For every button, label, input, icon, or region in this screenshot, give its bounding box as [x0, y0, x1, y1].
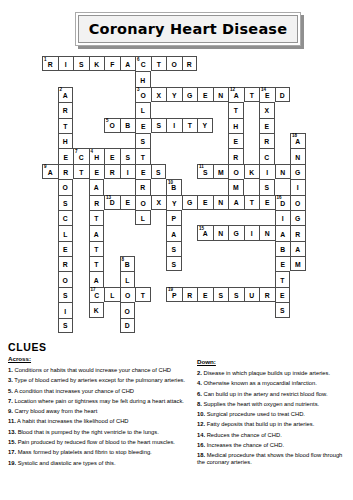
cell-letter: E — [125, 197, 130, 207]
grid-cell-r8c4[interactable]: E — [89, 164, 105, 179]
grid-cell-r16c13[interactable]: S — [228, 287, 244, 302]
cell-letter: S — [171, 259, 176, 269]
cell-letter: A — [94, 275, 99, 285]
grid-cell-r17c2[interactable]: I — [58, 302, 74, 317]
cell-letter: S — [171, 244, 176, 254]
clue-18: 18. Medical procedure that shows the blo… — [197, 452, 350, 465]
grid-cell-r12c4[interactable]: A — [89, 225, 105, 240]
cell-letter: Y — [172, 198, 177, 208]
grid-cell-r5c8[interactable]: S — [151, 118, 167, 133]
cell-letter: E — [63, 244, 68, 254]
cell-letter: T — [141, 152, 145, 162]
cell-letter: B — [125, 120, 130, 130]
grid-cell-r10c5[interactable]: 13D — [104, 195, 120, 210]
cell-letter: S — [218, 290, 223, 300]
grid-cell-r14c16[interactable]: E — [275, 256, 291, 271]
grid-cell-r16c4[interactable]: 17C — [89, 287, 105, 302]
cell-letter: I — [64, 306, 66, 316]
cell-letter: D — [125, 320, 130, 330]
grid-cell-r16c12[interactable]: S — [213, 287, 229, 302]
clues-header: CLUES — [8, 341, 47, 353]
cell-letter: R — [48, 59, 53, 69]
grid-cell-r3c11[interactable]: E — [197, 87, 213, 102]
grid-cell-r15c6[interactable]: L — [120, 271, 136, 286]
grid-cell-r11c16[interactable]: I — [275, 210, 291, 225]
cell-letter: P — [171, 213, 176, 223]
clue-3: 3. Type of blood carried by arteries exc… — [8, 377, 204, 383]
clue-5: 5. A condition that increases your chanc… — [8, 388, 204, 394]
grid-cell-r11c7[interactable]: L — [135, 210, 151, 225]
grid-cell-r16c15[interactable]: R — [259, 287, 275, 302]
grid-cell-r12c14[interactable]: I — [244, 225, 260, 240]
grid-cell-r18c6[interactable]: D — [120, 318, 136, 333]
cell-letter: R — [265, 290, 270, 300]
grid-cell-r10c12[interactable]: N — [213, 195, 229, 210]
clue-number: 13 — [106, 196, 111, 201]
grid-cell-r4c13[interactable]: T — [228, 102, 244, 117]
cell-letter: K — [94, 305, 99, 315]
cell-letter: I — [251, 228, 253, 238]
grid-cell-r4c7[interactable]: L — [135, 102, 151, 117]
grid-cell-r12c9[interactable]: A — [166, 225, 182, 240]
cell-letter: E — [280, 290, 285, 300]
cell-letter: E — [141, 167, 146, 177]
cell-letter: D — [280, 90, 285, 100]
cell-letter: R — [187, 59, 192, 69]
clue-number: 5 — [106, 119, 109, 124]
cell-letter: A — [94, 229, 99, 239]
grid-cell-r15c4[interactable]: A — [89, 271, 105, 286]
grid-cell-r6c2[interactable]: H — [58, 133, 74, 148]
cell-letter: G — [187, 90, 192, 100]
grid-cell-r16c10[interactable]: R — [182, 287, 198, 302]
cell-letter: E — [265, 197, 270, 207]
clue-10: 10. Surgical procedure used to treat CHD… — [197, 411, 350, 417]
cell-letter: R — [264, 136, 269, 146]
grid-cell-r10c15[interactable]: E — [259, 195, 275, 210]
grid-cell-r7c15[interactable]: C — [259, 148, 275, 163]
cell-letter: I — [127, 167, 129, 177]
grid-cell-r5c10[interactable]: T — [182, 118, 198, 133]
clue-17: 17. Mass formed by platelets and fibrin … — [8, 449, 204, 455]
grid-cell-r5c6[interactable]: B — [120, 118, 136, 133]
across-clues-column: Across: 1. Conditions or habits that wou… — [8, 356, 204, 470]
cell-letter: A — [63, 90, 68, 100]
cell-letter: L — [125, 275, 129, 285]
grid-cell-r8c8[interactable]: S — [151, 164, 167, 179]
cell-letter: T — [141, 290, 145, 300]
grid-cell-r5c2[interactable]: T — [58, 118, 74, 133]
cell-letter: S — [156, 120, 161, 130]
grid-cell-r15c2[interactable]: O — [58, 271, 74, 286]
grid-cell-r16c7[interactable]: T — [135, 287, 151, 302]
grid-cell-r8c6[interactable]: I — [120, 164, 136, 179]
grid-cell-r7c17[interactable]: N — [290, 148, 306, 163]
cell-letter: G — [295, 213, 300, 223]
grid-cell-r10c8[interactable]: X — [151, 195, 167, 210]
cell-letter: N — [218, 90, 223, 100]
cell-letter: B — [280, 244, 285, 254]
cell-letter: K — [94, 59, 99, 69]
grid-cell-r3c13[interactable]: 12A — [228, 87, 244, 102]
cell-letter: R — [140, 182, 145, 192]
cell-letter: R — [63, 259, 68, 269]
clue-number: 16 — [277, 196, 282, 201]
cell-letter: B — [125, 259, 130, 269]
grid-cell-r1c10[interactable]: R — [182, 56, 198, 71]
grid-cell-r16c5[interactable]: L — [104, 287, 120, 302]
cell-letter: E — [203, 197, 208, 207]
grid-cell-r17c4[interactable]: K — [89, 302, 105, 317]
cell-letter: T — [63, 121, 67, 131]
cell-letter: S — [125, 152, 130, 162]
grid-cell-r7c3[interactable]: 7C — [73, 148, 89, 163]
cell-letter: S — [63, 320, 68, 330]
grid-cell-r1c1[interactable]: 1R — [42, 56, 58, 71]
cell-letter: O — [295, 198, 300, 208]
cell-letter: S — [79, 59, 84, 69]
grid-cell-r11c9[interactable]: P — [166, 210, 182, 225]
grid-cell-r1c4[interactable]: K — [89, 56, 105, 71]
cell-letter: T — [79, 167, 83, 177]
cell-letter: R — [110, 167, 115, 177]
cell-letter: S — [234, 290, 239, 300]
cell-letter: H — [233, 121, 238, 131]
clue-1: 1. Conditions or habits that would incre… — [8, 367, 204, 373]
cell-letter: L — [63, 229, 67, 239]
grid-cell-r15c16[interactable]: T — [275, 271, 291, 286]
clue-13: 13. Blood that is pumped by the right ve… — [8, 429, 204, 435]
grid-cell-r9c2[interactable]: O — [58, 179, 74, 194]
cell-letter: X — [156, 197, 161, 207]
grid-cell-r3c8[interactable]: X — [151, 87, 167, 102]
cell-letter: S — [63, 198, 68, 208]
cell-letter: C — [264, 152, 269, 162]
grid-cell-r13c4[interactable]: T — [89, 241, 105, 256]
cell-letter: S — [264, 182, 269, 192]
grid-cell-r3c7[interactable]: 3O — [135, 87, 151, 102]
cell-letter: E — [233, 136, 238, 146]
down-clues-column: Down: 2. Disease in which plaque builds … — [197, 359, 350, 469]
grid-cell-r1c3[interactable]: S — [73, 56, 89, 71]
grid-cell-r5c7[interactable]: E — [135, 118, 151, 133]
cell-letter: N — [218, 197, 223, 207]
grid-cell-r1c6[interactable]: A — [120, 56, 136, 71]
cell-letter: O — [234, 167, 239, 177]
grid-cell-r11c4[interactable]: T — [89, 210, 105, 225]
grid-cell-r1c7[interactable]: 6C — [135, 56, 151, 71]
grid-cell-r10c2[interactable]: S — [58, 195, 74, 210]
grid-cell-r8c17[interactable]: G — [290, 164, 306, 179]
cell-letter: R — [63, 167, 68, 177]
cell-letter: S — [140, 136, 145, 146]
grid-cell-r7c13[interactable]: R — [228, 148, 244, 163]
across-clues-list: 1. Conditions or habits that would incre… — [8, 367, 204, 466]
grid-cell-r3c15[interactable]: 14E — [259, 87, 275, 102]
cell-letter: E — [110, 152, 115, 162]
cell-letter: N — [218, 228, 223, 238]
grid-cell-r4c2[interactable]: R — [58, 102, 74, 117]
cell-letter: O — [125, 306, 130, 316]
grid-cell-r11c2[interactable]: C — [58, 210, 74, 225]
grid-cell-r3c10[interactable]: G — [182, 87, 198, 102]
grid-cell-r4c15[interactable]: X — [259, 102, 275, 117]
cell-letter: K — [249, 167, 254, 177]
grid-cell-r17c16[interactable]: S — [275, 302, 291, 317]
grid-cell-r8c16[interactable]: N — [275, 164, 291, 179]
clue-number: 15 — [199, 227, 204, 232]
cell-letter: C — [63, 213, 68, 223]
cell-letter: T — [250, 90, 254, 100]
cell-letter: H — [63, 136, 68, 146]
cell-letter: E — [203, 290, 208, 300]
grid-cell-r6c7[interactable]: S — [135, 133, 151, 148]
page-title: Coronary Heart Disease — [89, 21, 287, 37]
grid-cell-r9c9[interactable]: 10B — [166, 179, 182, 194]
grid-cell-r14c6[interactable]: 8B — [120, 256, 136, 271]
crossword-grid: 1RISKFA6CTORH2A3OXYGEN12AT14EDRLTXT5OBES… — [42, 56, 306, 333]
cell-letter: R — [63, 105, 68, 115]
grid-cell-r3c9[interactable]: Y — [166, 87, 182, 102]
cell-letter: E — [280, 259, 285, 269]
cell-letter: T — [250, 197, 254, 207]
grid-cell-r10c11[interactable]: E — [197, 195, 213, 210]
cell-letter: T — [94, 259, 98, 269]
clue-7: 7. Location where pain or tightness may … — [8, 398, 204, 404]
cell-letter: N — [265, 228, 270, 238]
grid-cell-r5c5[interactable]: 5O — [104, 118, 120, 133]
grid-cell-r16c16[interactable]: E — [275, 287, 291, 302]
cell-letter: A — [295, 244, 300, 254]
cell-letter: N — [280, 167, 285, 177]
cell-letter: C — [79, 152, 84, 162]
cell-letter: R — [233, 152, 238, 162]
cell-letter: I — [282, 213, 284, 223]
grid-cell-r2c7[interactable]: H — [135, 71, 151, 86]
cell-letter: T — [94, 244, 98, 254]
grid-cell-r13c2[interactable]: E — [58, 241, 74, 256]
clue-number: 6 — [137, 58, 140, 63]
grid-cell-r8c14[interactable]: K — [244, 164, 260, 179]
cell-letter: I — [173, 120, 175, 130]
clue-2: 2. Disease in which plaque builds up ins… — [197, 370, 350, 376]
grid-cell-r5c13[interactable]: H — [228, 118, 244, 133]
cell-letter: T — [188, 120, 192, 130]
clue-number: 12 — [230, 88, 235, 93]
clue-number: 4 — [91, 150, 94, 155]
grid-cell-r10c13[interactable]: A — [228, 195, 244, 210]
grid-cell-r9c17[interactable]: I — [290, 179, 306, 194]
grid-cell-r9c13[interactable]: M — [228, 179, 244, 194]
grid-cell-r3c16[interactable]: D — [275, 87, 291, 102]
cell-letter: H — [140, 75, 145, 85]
cell-letter: H — [94, 152, 99, 162]
clue-11: 11. A habit that increases the likelihoo… — [8, 418, 204, 424]
cell-letter: E — [63, 152, 68, 162]
clue-4: 4. Otherwise known as a myocardial infar… — [197, 380, 350, 386]
grid-cell-r3c2[interactable]: 2A — [58, 87, 74, 102]
grid-cell-r7c2[interactable]: E — [58, 148, 74, 163]
clue-number: 3 — [137, 88, 140, 93]
grid-cell-r10c17[interactable]: O — [290, 195, 306, 210]
cell-letter: E — [141, 121, 146, 131]
cell-letter: X — [156, 90, 161, 100]
clue-number: 19 — [168, 288, 173, 293]
cell-letter: T — [157, 59, 161, 69]
grid-cell-r1c2[interactable]: I — [58, 56, 74, 71]
grid-cell-r12c11[interactable]: 15A — [197, 225, 213, 240]
cell-letter: T — [94, 213, 98, 223]
cell-letter: X — [264, 105, 269, 115]
cell-letter: A — [125, 59, 130, 69]
cell-letter: O — [141, 198, 146, 208]
clue-14: 14. Reduces the chance of CHD. — [197, 432, 350, 438]
cell-letter: F — [110, 59, 114, 69]
cell-letter: R — [295, 229, 300, 239]
cell-letter: E — [203, 90, 208, 100]
cell-letter: T — [234, 105, 238, 115]
grid-cell-r16c14[interactable]: U — [244, 287, 260, 302]
cell-letter: O — [141, 90, 146, 100]
cell-letter: I — [297, 182, 299, 192]
title-box-inner: Coronary Heart Disease — [78, 15, 298, 43]
cell-letter: Y — [202, 120, 207, 130]
grid-cell-r12c13[interactable]: G — [228, 225, 244, 240]
grid-cell-r16c2[interactable]: S — [58, 287, 74, 302]
clue-number: 10 — [168, 181, 173, 186]
cell-letter: R — [187, 290, 192, 300]
grid-cell-r8c12[interactable]: M — [213, 164, 229, 179]
cell-letter: A — [171, 229, 176, 239]
grid-cell-r8c1[interactable]: 9A — [42, 164, 58, 179]
grid-cell-r14c4[interactable]: T — [89, 256, 105, 271]
clue-number: 2 — [60, 88, 63, 93]
grid-cell-r14c17[interactable]: M — [290, 256, 306, 271]
clue-number: 17 — [91, 288, 96, 293]
grid-cell-r8c13[interactable]: O — [228, 164, 244, 179]
grid-cell-r5c9[interactable]: I — [166, 118, 182, 133]
cell-letter: A — [48, 167, 53, 177]
grid-cell-r13c9[interactable]: S — [166, 241, 182, 256]
cell-letter: M — [233, 182, 239, 192]
clue-number: 8 — [122, 258, 125, 263]
cell-letter: L — [141, 105, 145, 115]
grid-cell-r7c4[interactable]: 4H — [89, 148, 105, 163]
cell-letter: L — [141, 213, 145, 223]
grid-cell-r16c11[interactable]: E — [197, 287, 213, 302]
across-label: Across: — [8, 356, 204, 362]
grid-cell-r9c7[interactable]: R — [135, 179, 151, 194]
cell-letter: C — [141, 59, 146, 69]
grid-cell-r14c2[interactable]: R — [58, 256, 74, 271]
cell-letter: M — [295, 259, 301, 269]
cell-letter: R — [94, 198, 99, 208]
grid-cell-r10c6[interactable]: E — [120, 195, 136, 210]
cell-letter: N — [295, 152, 300, 162]
grid-cell-r12c2[interactable]: L — [58, 225, 74, 240]
grid-cell-r5c15[interactable]: E — [259, 118, 275, 133]
clue-number: 18 — [292, 134, 297, 139]
grid-cell-r13c16[interactable]: B — [275, 241, 291, 256]
grid-cell-r12c12[interactable]: N — [213, 225, 229, 240]
clue-number: 9 — [44, 165, 47, 170]
cell-letter: O — [125, 290, 130, 300]
grid-cell-r8c3[interactable]: T — [73, 164, 89, 179]
grid-cell-r12c15[interactable]: N — [259, 225, 275, 240]
grid-cell-r13c17[interactable]: A — [290, 241, 306, 256]
grid-cell-r3c14[interactable]: T — [244, 87, 260, 102]
clue-number: 11 — [199, 165, 204, 170]
grid-cell-r6c17[interactable]: 18A — [290, 133, 306, 148]
clue-number: 14 — [261, 88, 266, 93]
grid-cell-r7c6[interactable]: S — [120, 148, 136, 163]
down-label: Down: — [197, 359, 350, 365]
grid-cell-r1c8[interactable]: T — [151, 56, 167, 71]
cell-letter: S — [280, 305, 285, 315]
grid-cell-r10c16[interactable]: 16D — [275, 195, 291, 210]
grid-cell-r10c10[interactable]: G — [182, 195, 198, 210]
cell-letter: S — [63, 290, 68, 300]
grid-cell-r17c6[interactable]: O — [120, 302, 136, 317]
grid-cell-r6c13[interactable]: E — [228, 133, 244, 148]
cell-letter: Y — [172, 90, 177, 100]
cell-letter: O — [63, 275, 68, 285]
clue-9: 9. Carry blood away from the heart — [8, 408, 204, 414]
grid-cell-r6c15[interactable]: R — [259, 133, 275, 148]
cell-letter: G — [187, 197, 192, 207]
grid-cell-r7c7[interactable]: T — [135, 148, 151, 163]
grid-cell-r18c2[interactable]: S — [58, 318, 74, 333]
clue-12: 12. Fatty deposits that build up in the … — [197, 421, 350, 427]
grid-cell-r9c15[interactable]: S — [259, 179, 275, 194]
grid-cell-r10c4[interactable]: R — [89, 195, 105, 210]
grid-cell-r8c15[interactable]: I — [259, 164, 275, 179]
grid-cell-r10c9[interactable]: Y — [166, 195, 182, 210]
clue-number: 1 — [44, 58, 47, 63]
cell-letter: O — [110, 120, 115, 130]
grid-cell-r8c7[interactable]: E — [135, 164, 151, 179]
grid-cell-r8c2[interactable]: R — [58, 164, 74, 179]
grid-cell-r8c5[interactable]: R — [104, 164, 120, 179]
cell-letter: O — [172, 59, 177, 69]
cell-letter: G — [234, 228, 239, 238]
cell-letter: E — [264, 121, 269, 131]
clue-number: 7 — [75, 150, 78, 155]
grid-cell-r12c17[interactable]: R — [290, 225, 306, 240]
clue-15: 15. Pain produced by reduced flow of blo… — [8, 439, 204, 445]
cell-letter: S — [156, 167, 161, 177]
grid-cell-r10c14[interactable]: T — [244, 195, 260, 210]
grid-cell-r1c5[interactable]: F — [104, 56, 120, 71]
grid-cell-r16c9[interactable]: 19P — [166, 287, 182, 302]
cell-letter: A — [234, 197, 239, 207]
grid-cell-r16c6[interactable]: O — [120, 287, 136, 302]
title-box: Coronary Heart Disease — [75, 12, 301, 46]
grid-cell-r12c16[interactable]: A — [275, 225, 291, 240]
cell-letter: O — [63, 182, 68, 192]
grid-cell-r5c11[interactable]: Y — [197, 118, 213, 133]
grid-cell-r9c4[interactable]: A — [89, 179, 105, 194]
clue-6: 6. Can build up in the artery and restri… — [197, 391, 350, 397]
grid-cell-r14c9[interactable]: S — [166, 256, 182, 271]
grid-cell-r11c17[interactable]: G — [290, 210, 306, 225]
grid-cell-r7c5[interactable]: E — [104, 148, 120, 163]
grid-cell-r3c12[interactable]: N — [213, 87, 229, 102]
grid-cell-r8c11[interactable]: 11S — [197, 164, 213, 179]
cell-letter: I — [266, 167, 268, 177]
grid-cell-r10c7[interactable]: O — [135, 195, 151, 210]
grid-cell-r1c9[interactable]: O — [166, 56, 182, 71]
